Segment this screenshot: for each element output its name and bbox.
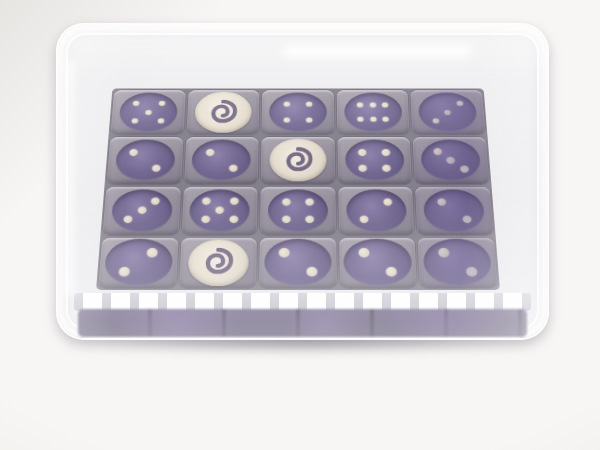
pip	[444, 110, 451, 115]
die-r1c3	[262, 90, 335, 135]
die-r4c4	[339, 238, 417, 289]
pip	[201, 216, 210, 223]
lower-dice-layer	[78, 309, 527, 337]
pip	[358, 149, 367, 156]
die-r3c4	[338, 186, 415, 234]
die-face	[268, 189, 329, 232]
die-face	[346, 189, 407, 232]
pip	[383, 198, 392, 205]
pip	[382, 117, 389, 122]
die-face	[114, 140, 176, 181]
die-r2c1	[107, 137, 184, 183]
pip	[433, 148, 442, 155]
pip	[152, 165, 161, 172]
pip	[202, 197, 211, 204]
pip	[358, 165, 367, 172]
die-logo-face	[187, 239, 248, 286]
die-r1c5	[411, 90, 486, 135]
pip	[147, 248, 158, 257]
die-face	[191, 140, 251, 181]
die-face	[422, 239, 493, 287]
pip	[456, 101, 463, 106]
pip	[145, 110, 152, 115]
pip	[432, 118, 439, 123]
die-face	[345, 140, 405, 181]
pip	[382, 103, 389, 108]
pip	[137, 207, 146, 214]
die-r3c5	[415, 186, 493, 234]
die-r4c3	[259, 238, 337, 289]
die-r3c1	[102, 186, 180, 234]
pip	[306, 215, 315, 222]
die-r2c4	[337, 137, 412, 183]
pip	[358, 248, 369, 257]
pip	[283, 118, 290, 123]
pip	[381, 149, 390, 156]
lid-top-highlight	[282, 45, 472, 57]
pip	[229, 165, 238, 172]
pip	[151, 197, 160, 204]
logo-swirl-icon	[273, 142, 323, 179]
pip	[437, 198, 446, 205]
pip	[130, 149, 139, 156]
die-r1c2	[186, 90, 259, 135]
pip	[438, 248, 449, 257]
pip	[382, 165, 391, 172]
die-r2c3	[261, 137, 335, 183]
die-r2c5	[413, 137, 490, 183]
pip	[159, 101, 166, 106]
dice-tray	[96, 88, 500, 290]
logo-swirl-icon	[198, 95, 247, 130]
pip	[215, 207, 224, 214]
pip	[132, 101, 139, 106]
logo-swirl-icon	[192, 243, 245, 283]
die-face	[420, 140, 482, 181]
pip	[279, 248, 290, 257]
pip	[283, 102, 290, 107]
pip	[131, 118, 138, 123]
die-r3c2	[181, 186, 258, 234]
die-face	[343, 239, 412, 287]
pip	[158, 118, 165, 123]
pip	[357, 117, 364, 122]
pip	[282, 198, 291, 205]
pip	[370, 117, 377, 122]
die-r4c5	[418, 238, 498, 289]
die-face	[423, 189, 486, 232]
pip	[462, 215, 471, 222]
die-r1c4	[336, 90, 409, 135]
die-r4c1	[98, 238, 178, 289]
pip	[306, 198, 315, 205]
die-r1c1	[110, 90, 185, 135]
die-r4c2	[179, 238, 257, 289]
die-face	[264, 239, 332, 287]
pip	[306, 267, 317, 277]
pip	[123, 216, 132, 223]
pip	[360, 215, 369, 222]
pip	[206, 149, 215, 156]
die-face	[110, 189, 173, 232]
die-face	[189, 189, 250, 232]
die-face	[269, 93, 327, 132]
pip	[306, 118, 313, 123]
die-face	[118, 93, 178, 132]
clear-plastic-dice-box	[56, 23, 549, 340]
pip	[229, 216, 238, 223]
pip	[306, 102, 313, 107]
die-face	[344, 93, 403, 132]
die-r3c3	[260, 186, 336, 234]
pip	[460, 166, 469, 173]
die-logo-face	[269, 139, 327, 182]
pip	[119, 267, 131, 277]
die-logo-face	[194, 92, 252, 133]
product-photo	[0, 0, 600, 450]
die-face	[103, 239, 174, 287]
pip	[466, 267, 478, 277]
die-face	[418, 93, 478, 132]
pip	[357, 103, 364, 108]
lid-left-highlight	[65, 59, 75, 297]
pip	[369, 103, 376, 108]
pip	[386, 267, 397, 277]
pip	[446, 157, 455, 164]
pip	[282, 215, 291, 222]
pip	[230, 197, 239, 204]
dice-grid	[96, 88, 500, 290]
die-r2c2	[184, 137, 259, 183]
